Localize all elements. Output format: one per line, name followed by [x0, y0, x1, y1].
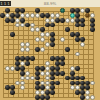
black-stone — [75, 23, 80, 28]
white-stone — [5, 66, 10, 71]
black-stone — [15, 66, 20, 71]
white-stone — [20, 76, 25, 81]
white-stone — [40, 47, 45, 52]
black-stone — [80, 95, 85, 100]
black-stone — [55, 71, 60, 76]
white-stone — [5, 13, 10, 18]
white-stone — [70, 18, 75, 23]
white-stone — [90, 95, 95, 100]
white-stone — [30, 27, 35, 32]
white-stone — [50, 13, 55, 18]
white-stone — [35, 37, 40, 42]
white-stone — [15, 18, 20, 23]
white-stone — [40, 71, 45, 76]
white-stone — [20, 23, 25, 28]
white-stone — [90, 13, 95, 18]
white-stone — [25, 42, 30, 47]
black-stone — [70, 71, 75, 76]
white-stone — [50, 18, 55, 23]
black-stone — [60, 61, 65, 66]
black-stone — [45, 95, 50, 100]
white-stone — [45, 18, 50, 23]
white-stone — [85, 95, 90, 100]
white-stone — [20, 47, 25, 52]
black-stone — [50, 71, 55, 76]
black-stone — [65, 47, 70, 52]
black-stone — [35, 76, 40, 81]
white-stone — [30, 13, 35, 18]
black-stone — [75, 18, 80, 23]
black-stone — [80, 18, 85, 23]
black-stone — [55, 18, 60, 23]
highlighted-stone — [60, 8, 65, 13]
black-stone — [35, 47, 40, 52]
black-stone — [90, 18, 95, 23]
white-stone — [25, 47, 30, 52]
black-stone — [75, 13, 80, 18]
white-stone — [30, 76, 35, 81]
black-stone — [40, 95, 45, 100]
white-stone — [35, 27, 40, 32]
white-stone — [80, 42, 85, 47]
white-stone — [60, 37, 65, 42]
black-stone — [75, 76, 80, 81]
go-board[interactable] — [0, 7, 100, 100]
black-stone — [80, 76, 85, 81]
white-stone — [90, 81, 95, 86]
white-stone — [45, 71, 50, 76]
white-stone — [45, 32, 50, 37]
black-stone — [20, 18, 25, 23]
black-stone — [50, 56, 55, 61]
black-stone — [10, 90, 15, 95]
white-stone — [55, 13, 60, 18]
white-stone — [65, 18, 70, 23]
black-stone — [10, 13, 15, 18]
black-stone — [50, 76, 55, 81]
highlighted-stone — [70, 13, 75, 18]
black-stone — [15, 13, 20, 18]
black-stone — [65, 27, 70, 32]
grid-line-vertical — [63, 11, 64, 98]
white-stone — [15, 81, 20, 86]
black-stone — [45, 13, 50, 18]
black-stone — [30, 56, 35, 61]
black-stone — [25, 61, 30, 66]
black-stone — [75, 66, 80, 71]
winrate-status-text: 88.9% — [0, 1, 100, 6]
white-stone — [20, 13, 25, 18]
highlighted-stone — [85, 13, 90, 18]
white-stone — [35, 13, 40, 18]
black-stone — [70, 32, 75, 37]
black-stone — [35, 95, 40, 100]
black-stone — [70, 76, 75, 81]
black-stone — [0, 13, 5, 18]
black-stone — [45, 23, 50, 28]
white-stone — [25, 13, 30, 18]
black-stone — [65, 76, 70, 81]
black-stone — [35, 71, 40, 76]
white-stone — [70, 85, 75, 90]
black-stone — [75, 37, 80, 42]
black-stone — [5, 85, 10, 90]
white-stone — [45, 42, 50, 47]
black-stone — [10, 32, 15, 37]
black-stone — [60, 18, 65, 23]
white-stone — [75, 52, 80, 57]
black-stone — [50, 90, 55, 95]
white-stone — [25, 76, 30, 81]
black-stone — [80, 23, 85, 28]
white-stone — [10, 66, 15, 71]
black-stone — [55, 81, 60, 86]
grid-line-vertical — [68, 11, 69, 98]
black-stone — [10, 18, 15, 23]
white-stone — [15, 23, 20, 28]
white-stone — [45, 76, 50, 81]
white-stone — [20, 42, 25, 47]
black-stone — [50, 23, 55, 28]
white-stone — [80, 8, 85, 13]
black-stone — [40, 13, 45, 18]
black-stone — [5, 18, 10, 23]
white-stone — [40, 37, 45, 42]
white-stone — [20, 85, 25, 90]
black-stone — [75, 90, 80, 95]
go-app-window: 111 88.9% — [0, 0, 100, 100]
black-stone — [25, 23, 30, 28]
white-stone — [25, 71, 30, 76]
black-stone — [20, 71, 25, 76]
black-stone — [60, 71, 65, 76]
black-stone — [90, 27, 95, 32]
black-stone — [50, 42, 55, 47]
